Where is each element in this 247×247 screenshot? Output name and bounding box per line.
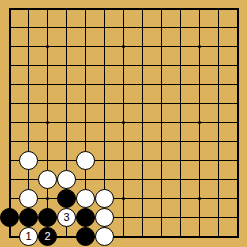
stone-black[interactable]	[76, 227, 95, 246]
move-number-label: 2	[44, 231, 50, 242]
stone-white[interactable]	[76, 151, 95, 170]
stone-white[interactable]: 3	[57, 208, 76, 227]
stone-black[interactable]	[57, 189, 76, 208]
stone-black[interactable]: 2	[38, 227, 57, 246]
move-number-label: 1	[25, 231, 31, 242]
go-diagram: 312	[0, 0, 247, 247]
stone-white[interactable]	[57, 170, 76, 189]
stone-black[interactable]	[38, 208, 57, 227]
stone-white[interactable]	[38, 170, 57, 189]
go-board[interactable]: 312	[0, 0, 247, 247]
stone-white[interactable]	[95, 227, 114, 246]
stone-white[interactable]	[95, 189, 114, 208]
stone-white[interactable]	[19, 189, 38, 208]
stone-white[interactable]	[76, 189, 95, 208]
stone-white[interactable]: 1	[19, 227, 38, 246]
stones-layer: 312	[0, 0, 247, 246]
stone-white[interactable]	[95, 208, 114, 227]
stone-black[interactable]	[76, 208, 95, 227]
stone-black[interactable]	[0, 208, 19, 227]
move-number-label: 3	[63, 212, 69, 223]
stone-black[interactable]	[19, 208, 38, 227]
stone-white[interactable]	[19, 151, 38, 170]
